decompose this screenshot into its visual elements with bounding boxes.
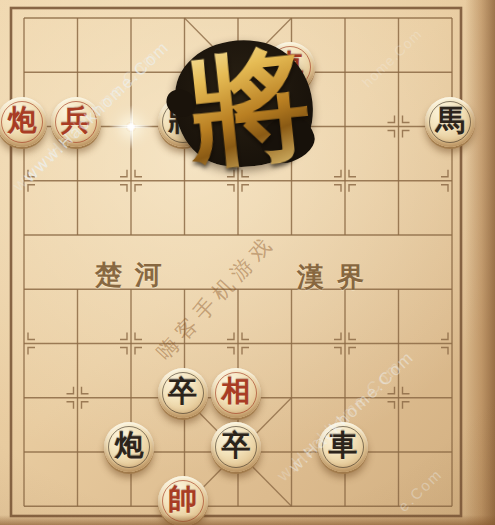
piece-black-soldier-b[interactable]: 卒 <box>211 422 261 472</box>
piece-black-cannon[interactable]: 炮 <box>104 422 154 472</box>
photo-edge-right <box>465 0 495 525</box>
piece-glyph: 車 <box>318 421 368 471</box>
piece-glyph: 炮 <box>0 96 47 146</box>
piece-glyph: 卒 <box>211 421 261 471</box>
piece-black-soldier-a[interactable]: 卒 <box>158 368 208 418</box>
xiangqi-board[interactable]: 楚河 漢界 炮兵車相帥將馬卒卒炮車 將 www.Hackhome.Comwww.… <box>0 0 495 525</box>
piece-red-soldier[interactable]: 兵 <box>51 97 101 147</box>
piece-glyph: 炮 <box>104 421 154 471</box>
piece-red-chariot[interactable]: 車 <box>265 42 315 92</box>
piece-black-chariot[interactable]: 車 <box>318 422 368 472</box>
photo-edge-bottom <box>0 515 495 525</box>
piece-glyph: 兵 <box>51 96 101 146</box>
piece-glyph: 卒 <box>158 367 208 417</box>
piece-glyph: 將 <box>158 96 208 146</box>
piece-glyph: 相 <box>211 367 261 417</box>
pieces-layer[interactable]: 炮兵車相帥將馬卒卒炮車 <box>0 0 479 525</box>
piece-black-general[interactable]: 將 <box>158 97 208 147</box>
piece-red-cannon[interactable]: 炮 <box>0 97 47 147</box>
piece-red-elephant[interactable]: 相 <box>211 368 261 418</box>
piece-glyph: 車 <box>265 41 315 91</box>
